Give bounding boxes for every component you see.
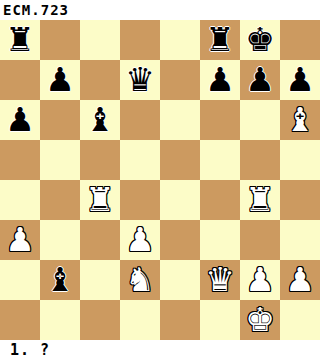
black-rook-f8: ♜ [205,20,235,60]
white-rook-c4: ♜ [85,180,115,220]
white-pawn-g2: ♟ [245,260,275,300]
square-a2[interactable] [0,260,40,300]
square-b7[interactable]: ♟ [40,60,80,100]
square-a8[interactable]: ♜ [0,20,40,60]
square-f4[interactable] [200,180,240,220]
black-pawn-f7: ♟ [205,60,235,100]
square-h8[interactable] [280,20,320,60]
square-e3[interactable] [160,220,200,260]
square-d6[interactable] [120,100,160,140]
square-e7[interactable] [160,60,200,100]
square-h5[interactable] [280,140,320,180]
square-f3[interactable] [200,220,240,260]
square-h2[interactable]: ♟ [280,260,320,300]
square-f6[interactable] [200,100,240,140]
black-pawn-a6: ♟ [5,100,35,140]
square-g2[interactable]: ♟ [240,260,280,300]
square-d2[interactable]: ♞ [120,260,160,300]
square-c2[interactable] [80,260,120,300]
square-h6[interactable]: ♝ [280,100,320,140]
square-b8[interactable] [40,20,80,60]
square-b1[interactable] [40,300,80,340]
square-h3[interactable] [280,220,320,260]
black-pawn-b7: ♟ [45,60,75,100]
square-f8[interactable]: ♜ [200,20,240,60]
square-e8[interactable] [160,20,200,60]
square-a7[interactable] [0,60,40,100]
square-f5[interactable] [200,140,240,180]
square-c4[interactable]: ♜ [80,180,120,220]
square-f7[interactable]: ♟ [200,60,240,100]
white-queen-f2: ♛ [205,260,235,300]
white-pawn-a3: ♟ [5,220,35,260]
square-d5[interactable] [120,140,160,180]
square-d8[interactable] [120,20,160,60]
white-bishop-h6: ♝ [285,100,315,140]
square-b6[interactable] [40,100,80,140]
square-c7[interactable] [80,60,120,100]
square-f1[interactable] [200,300,240,340]
square-d7[interactable]: ♛ [120,60,160,100]
white-king-g1: ♚ [245,300,275,340]
square-h4[interactable] [280,180,320,220]
white-pawn-h2: ♟ [285,260,315,300]
square-b4[interactable] [40,180,80,220]
white-knight-d2: ♞ [125,260,155,300]
square-c1[interactable] [80,300,120,340]
square-e4[interactable] [160,180,200,220]
black-pawn-g7: ♟ [245,60,275,100]
white-rook-g4: ♜ [245,180,275,220]
square-c3[interactable] [80,220,120,260]
square-g7[interactable]: ♟ [240,60,280,100]
square-e2[interactable] [160,260,200,300]
square-a3[interactable]: ♟ [0,220,40,260]
square-g1[interactable]: ♚ [240,300,280,340]
square-g4[interactable]: ♜ [240,180,280,220]
square-c5[interactable] [80,140,120,180]
black-king-g8: ♚ [245,20,275,60]
square-e1[interactable] [160,300,200,340]
square-a4[interactable] [0,180,40,220]
square-g3[interactable] [240,220,280,260]
black-bishop-c6: ♝ [85,100,115,140]
square-c8[interactable] [80,20,120,60]
square-g6[interactable] [240,100,280,140]
black-queen-d7: ♛ [125,60,155,100]
square-g8[interactable]: ♚ [240,20,280,60]
square-a6[interactable]: ♟ [0,100,40,140]
chess-board: ♜♜♚♟♛♟♟♟♟♝♝♜♜♟♟♝♞♛♟♟♚ [0,20,320,340]
diagram-frame: ECM.723 ♜♜♚♟♛♟♟♟♟♝♝♜♜♟♟♝♞♛♟♟♚ 1. ? [0,0,320,360]
square-b3[interactable] [40,220,80,260]
square-f2[interactable]: ♛ [200,260,240,300]
square-d4[interactable] [120,180,160,220]
square-a1[interactable] [0,300,40,340]
square-d1[interactable] [120,300,160,340]
square-b5[interactable] [40,140,80,180]
square-g5[interactable] [240,140,280,180]
square-a5[interactable] [0,140,40,180]
diagram-title: ECM.723 [0,0,320,20]
white-pawn-d3: ♟ [125,220,155,260]
square-d3[interactable]: ♟ [120,220,160,260]
square-c6[interactable]: ♝ [80,100,120,140]
move-prompt: 1. ? [0,340,320,360]
black-pawn-h7: ♟ [285,60,315,100]
black-rook-a8: ♜ [5,20,35,60]
square-e5[interactable] [160,140,200,180]
square-h1[interactable] [280,300,320,340]
square-e6[interactable] [160,100,200,140]
black-bishop-b2: ♝ [45,260,75,300]
square-h7[interactable]: ♟ [280,60,320,100]
square-b2[interactable]: ♝ [40,260,80,300]
